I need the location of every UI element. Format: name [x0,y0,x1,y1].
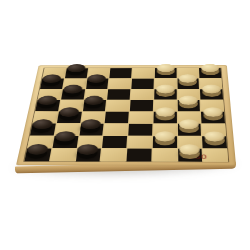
light-piece [155,107,174,116]
checkers-board: 360 [16,65,236,166]
light-piece [154,132,174,142]
square-r6c3 [79,124,104,136]
dark-piece [26,144,48,155]
light-piece [202,85,221,94]
square-r4c7 [177,100,200,111]
square-r6c5 [128,124,152,136]
square-r1c5 [132,68,154,78]
square-r2c5 [131,78,153,88]
dark-piece [77,144,99,155]
light-piece [156,64,174,72]
square-r6c7 [177,124,201,136]
dark-piece [58,107,79,116]
dark-piece [37,96,58,105]
dark-piece [32,119,53,129]
board-tilt-wrapper: 360 [0,0,250,250]
square-r8c5 [126,149,151,162]
square-r6c1 [30,123,56,135]
square-r1c6 [155,68,177,78]
light-piece [179,119,199,129]
square-r2c1 [40,78,64,88]
dark-piece [63,85,83,94]
square-r7c5 [127,136,151,148]
square-r3c5 [131,89,154,100]
dark-piece [84,96,104,105]
board-frame: 360 [16,65,236,166]
square-r7c6 [152,136,176,148]
square-r8c1 [24,149,51,162]
light-piece [179,74,197,83]
light-piece [201,64,220,72]
square-r6c4 [104,124,128,136]
dark-piece [42,74,62,82]
dark-piece [66,64,85,72]
board-grid: 360 [24,68,228,162]
light-piece [180,144,201,155]
square-r3c2 [61,89,85,100]
square-r5c5 [129,112,153,123]
square-r1c4 [110,68,132,78]
square-r2c4 [108,78,131,88]
dark-piece [54,131,76,141]
square-r3c6 [154,89,176,100]
square-r4c4 [106,100,129,111]
light-piece [203,107,223,116]
square-r3c4 [107,89,130,100]
square-r1c8 [199,68,221,78]
square-r4c1 [35,100,60,111]
square-r7c4 [102,136,127,148]
square-r7c8 [202,136,227,148]
dark-piece [87,74,106,82]
square-r5c6 [153,112,176,123]
square-r1c2 [65,68,88,78]
square-r4c5 [130,100,153,111]
square-r7c2 [52,136,78,148]
square-r8c2 [50,149,76,162]
square-r4c3 [82,100,106,111]
light-piece [179,96,198,105]
light-piece [204,132,225,142]
square-r5c8 [201,112,225,123]
square-r8c3 [75,149,101,162]
light-piece [156,85,175,94]
square-r2c7 [177,78,199,88]
dark-piece [81,119,102,129]
square-r8c4 [101,149,126,162]
square-r5c2 [57,112,82,123]
product-photo-scene: 360 [0,0,250,250]
square-r2c3 [86,78,109,88]
square-r5c4 [105,112,129,123]
square-r3c8 [200,89,223,100]
square-r8c6 [152,149,177,162]
